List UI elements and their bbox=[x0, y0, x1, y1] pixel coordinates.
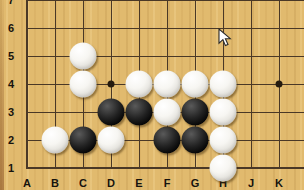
col-label-E: E bbox=[135, 178, 142, 189]
row-label-4: 4 bbox=[8, 79, 14, 90]
col-label-K: K bbox=[275, 178, 283, 189]
stone-white-H4 bbox=[210, 71, 237, 98]
col-label-G: G bbox=[191, 178, 200, 189]
stone-black-G2 bbox=[182, 127, 209, 154]
col-label-A: A bbox=[23, 178, 31, 189]
mouse-cursor-icon bbox=[218, 28, 232, 48]
stone-white-C4 bbox=[70, 71, 97, 98]
col-label-B: B bbox=[51, 178, 59, 189]
grid-line-col-A bbox=[26, 0, 28, 169]
stone-black-D3 bbox=[98, 99, 125, 126]
stone-white-H1 bbox=[210, 155, 237, 182]
col-label-J: J bbox=[248, 178, 254, 189]
col-label-F: F bbox=[164, 178, 171, 189]
grid-line-row-7 bbox=[26, 0, 304, 1]
col-label-D: D bbox=[107, 178, 115, 189]
star-point-K4 bbox=[276, 81, 283, 88]
row-label-5: 5 bbox=[8, 51, 14, 62]
grid-line-row-1 bbox=[26, 167, 304, 169]
row-label-3: 3 bbox=[8, 107, 14, 118]
stone-white-C5 bbox=[70, 43, 97, 70]
stone-black-G3 bbox=[182, 99, 209, 126]
stone-black-E3 bbox=[126, 99, 153, 126]
stone-white-B2 bbox=[42, 127, 69, 154]
grid-line-col-J bbox=[251, 0, 252, 169]
row-label-1: 1 bbox=[8, 163, 14, 174]
stone-white-G4 bbox=[182, 71, 209, 98]
row-label-7: 7 bbox=[8, 0, 14, 6]
row-label-2: 2 bbox=[8, 135, 14, 146]
stone-white-D2 bbox=[98, 127, 125, 154]
stone-white-F4 bbox=[154, 71, 181, 98]
grid-line-row-5 bbox=[26, 56, 304, 57]
grid-line-row-6 bbox=[26, 28, 304, 29]
col-label-C: C bbox=[79, 178, 87, 189]
go-app-window: 7654321ABCDEFGHJK bbox=[0, 0, 304, 190]
stone-white-F3 bbox=[154, 99, 181, 126]
stone-white-E4 bbox=[126, 71, 153, 98]
row-label-6: 6 bbox=[8, 23, 14, 34]
stone-white-H3 bbox=[210, 99, 237, 126]
stone-white-H2 bbox=[210, 127, 237, 154]
star-point-D4 bbox=[108, 81, 115, 88]
stone-black-C2 bbox=[70, 127, 97, 154]
stone-black-F2 bbox=[154, 127, 181, 154]
